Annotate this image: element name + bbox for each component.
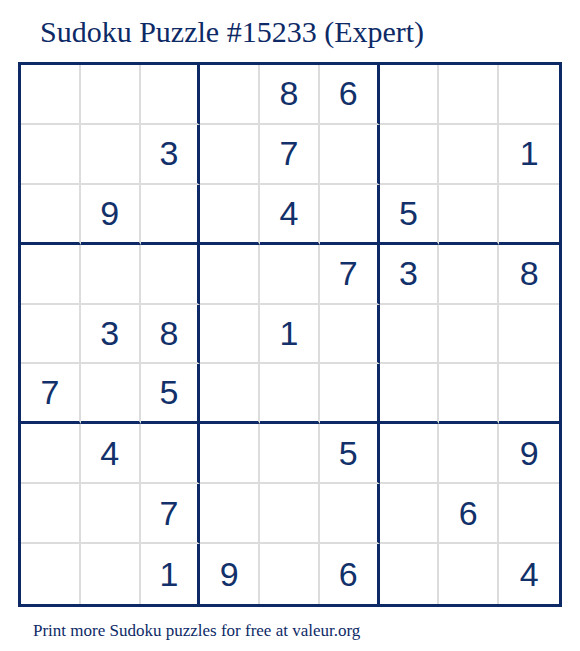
cell-r7c8 [439,424,499,484]
cell-r4c1 [21,245,81,305]
cell-r2c5: 7 [260,125,320,185]
cell-r5c9 [499,305,559,365]
cell-r3c2: 9 [81,185,141,245]
cell-r1c2 [81,65,141,125]
cell-r6c5 [260,364,320,424]
cell-r9c8 [439,544,499,604]
cell-r2c6 [320,125,380,185]
cell-r1c9 [499,65,559,125]
cell-r1c1 [21,65,81,125]
cell-r2c4 [200,125,260,185]
cell-r2c2 [81,125,141,185]
cell-r3c6 [320,185,380,245]
cell-r1c3 [141,65,201,125]
cell-r5c4 [200,305,260,365]
cell-r3c4 [200,185,260,245]
cell-r9c3: 1 [141,544,201,604]
cell-r1c4 [200,65,260,125]
cell-r7c9: 9 [499,424,559,484]
cell-r8c9 [499,484,559,544]
cell-r9c1 [21,544,81,604]
cell-r7c7 [380,424,440,484]
sudoku-grid: 8637194573838175459761964 [18,62,562,607]
cell-r8c1 [21,484,81,544]
cell-r6c6 [320,364,380,424]
cell-r5c8 [439,305,499,365]
cell-r9c2 [81,544,141,604]
cell-r9c9: 4 [499,544,559,604]
cell-r7c2: 4 [81,424,141,484]
cell-r6c4 [200,364,260,424]
cell-r9c4: 9 [200,544,260,604]
cell-r3c8 [439,185,499,245]
cell-r3c3 [141,185,201,245]
cell-r4c5 [260,245,320,305]
cell-r4c8 [439,245,499,305]
cell-r1c8 [439,65,499,125]
cell-r7c5 [260,424,320,484]
cell-r2c8 [439,125,499,185]
cell-r7c6: 5 [320,424,380,484]
cell-r2c1 [21,125,81,185]
cell-r9c6: 6 [320,544,380,604]
cell-r4c9: 8 [499,245,559,305]
cell-r6c8 [439,364,499,424]
cell-r2c7 [380,125,440,185]
cell-r5c3: 8 [141,305,201,365]
cell-r6c2 [81,364,141,424]
cell-r3c7: 5 [380,185,440,245]
cell-r5c2: 3 [81,305,141,365]
cell-r9c7 [380,544,440,604]
cell-r2c9: 1 [499,125,559,185]
cell-r4c3 [141,245,201,305]
cell-r3c9 [499,185,559,245]
cell-r6c3: 5 [141,364,201,424]
cell-r4c2 [81,245,141,305]
cell-r6c9 [499,364,559,424]
cell-r9c5 [260,544,320,604]
cell-r2c3: 3 [141,125,201,185]
cell-r5c6 [320,305,380,365]
cell-r8c2 [81,484,141,544]
cell-r1c5: 8 [260,65,320,125]
cell-r4c6: 7 [320,245,380,305]
cell-r5c5: 1 [260,305,320,365]
footer-text: Print more Sudoku puzzles for free at va… [0,620,580,641]
cell-r4c4 [200,245,260,305]
cell-r7c4 [200,424,260,484]
cell-r3c1 [21,185,81,245]
cell-r4c7: 3 [380,245,440,305]
cell-r1c6: 6 [320,65,380,125]
sudoku-page: Sudoku Puzzle #15233 (Expert) 8637194573… [0,0,580,651]
cell-r8c8: 6 [439,484,499,544]
cell-r7c1 [21,424,81,484]
cell-r8c3: 7 [141,484,201,544]
cell-r3c5: 4 [260,185,320,245]
cell-r8c7 [380,484,440,544]
puzzle-title: Sudoku Puzzle #15233 (Expert) [0,0,580,50]
cell-r6c7 [380,364,440,424]
cell-r1c7 [380,65,440,125]
cell-r7c3 [141,424,201,484]
cell-r5c1 [21,305,81,365]
cell-r6c1: 7 [21,364,81,424]
cell-r8c6 [320,484,380,544]
cell-r5c7 [380,305,440,365]
cell-r8c5 [260,484,320,544]
cell-r8c4 [200,484,260,544]
